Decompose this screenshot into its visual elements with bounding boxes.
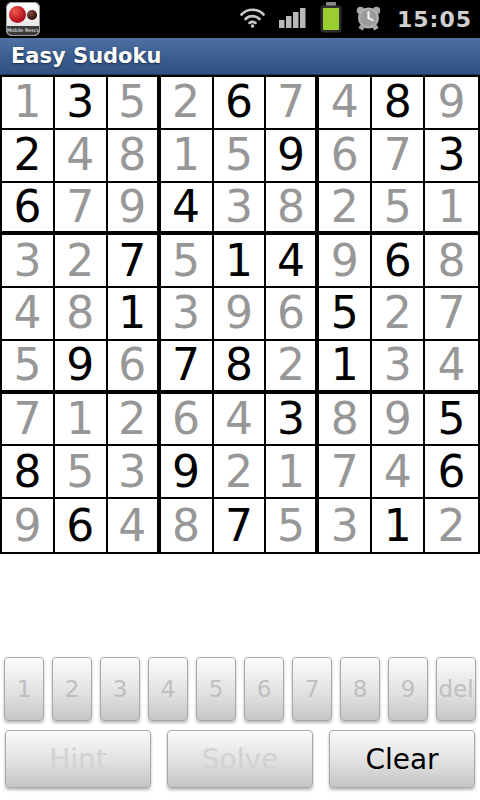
sudoku-cell-r4c4[interactable]: 5 bbox=[161, 235, 214, 288]
action-bar: Hint Solve Clear bbox=[0, 730, 480, 788]
sudoku-cell-r6c9[interactable]: 4 bbox=[425, 341, 478, 394]
battery-icon bbox=[320, 2, 342, 37]
sudoku-cell-r5c7[interactable]: 5 bbox=[319, 288, 372, 341]
sudoku-cell-r2c9[interactable]: 3 bbox=[425, 130, 478, 183]
signal-strength-icon bbox=[279, 7, 307, 32]
sudoku-cell-r8c8[interactable]: 4 bbox=[372, 446, 425, 499]
keypad-button-4[interactable]: 4 bbox=[148, 657, 188, 721]
virgin-media-ball bbox=[27, 10, 37, 20]
clear-button[interactable]: Clear bbox=[329, 730, 475, 788]
sudoku-cell-r9c4[interactable]: 8 bbox=[161, 499, 214, 552]
sudoku-cell-r4c5[interactable]: 1 bbox=[214, 235, 267, 288]
title-bar: Easy Sudoku bbox=[0, 38, 480, 75]
keypad-button-6[interactable]: 6 bbox=[244, 657, 284, 721]
sudoku-cell-r6c3[interactable]: 6 bbox=[108, 341, 161, 394]
sudoku-cell-r2c2[interactable]: 4 bbox=[55, 130, 108, 183]
sudoku-cell-r9c3[interactable]: 4 bbox=[108, 499, 161, 552]
sudoku-cell-r2c7[interactable]: 6 bbox=[319, 130, 372, 183]
keypad-button-del[interactable]: del bbox=[436, 657, 476, 721]
keypad-button-5[interactable]: 5 bbox=[196, 657, 236, 721]
keypad-button-3[interactable]: 3 bbox=[100, 657, 140, 721]
sudoku-cell-r3c4[interactable]: 4 bbox=[161, 183, 214, 236]
sudoku-cell-r5c2[interactable]: 8 bbox=[55, 288, 108, 341]
sudoku-cell-r4c2[interactable]: 2 bbox=[55, 235, 108, 288]
sudoku-cell-r9c5[interactable]: 7 bbox=[214, 499, 267, 552]
sudoku-cell-r6c6[interactable]: 2 bbox=[266, 341, 319, 394]
sudoku-cell-r6c4[interactable]: 7 bbox=[161, 341, 214, 394]
sudoku-board: 1352674892481596736794382513275149684813… bbox=[0, 75, 480, 554]
sudoku-cell-r4c1[interactable]: 3 bbox=[2, 235, 55, 288]
keypad-button-7[interactable]: 7 bbox=[292, 657, 332, 721]
sudoku-cell-r6c2[interactable]: 9 bbox=[55, 341, 108, 394]
sudoku-cell-r8c7[interactable]: 7 bbox=[319, 446, 372, 499]
sudoku-cell-r5c9[interactable]: 7 bbox=[425, 288, 478, 341]
page-title: Easy Sudoku bbox=[11, 44, 161, 68]
sudoku-cell-r7c2[interactable]: 1 bbox=[55, 394, 108, 447]
sudoku-cell-r6c5[interactable]: 8 bbox=[214, 341, 267, 394]
sudoku-cell-r7c5[interactable]: 4 bbox=[214, 394, 267, 447]
sudoku-cell-r4c7[interactable]: 9 bbox=[319, 235, 372, 288]
hint-button[interactable]: Hint bbox=[5, 730, 151, 788]
sudoku-cell-r8c5[interactable]: 2 bbox=[214, 446, 267, 499]
sudoku-cell-r2c3[interactable]: 8 bbox=[108, 130, 161, 183]
sudoku-cell-r2c6[interactable]: 9 bbox=[266, 130, 319, 183]
virgin-media-logo bbox=[9, 6, 26, 23]
keypad-button-2[interactable]: 2 bbox=[52, 657, 92, 721]
sudoku-cell-r6c8[interactable]: 3 bbox=[372, 341, 425, 394]
sudoku-cell-r1c7[interactable]: 4 bbox=[319, 77, 372, 130]
virgin-media-notification-icon: Mobile Rescue bbox=[6, 2, 40, 36]
clock-time: 15:05 bbox=[397, 7, 472, 32]
alarm-clock-icon bbox=[355, 4, 382, 35]
sudoku-cell-r9c2[interactable]: 6 bbox=[55, 499, 108, 552]
sudoku-cell-r7c4[interactable]: 6 bbox=[161, 394, 214, 447]
sudoku-cell-r5c1[interactable]: 4 bbox=[2, 288, 55, 341]
sudoku-cell-r3c6[interactable]: 8 bbox=[266, 183, 319, 236]
sudoku-cell-r8c3[interactable]: 3 bbox=[108, 446, 161, 499]
sudoku-cell-r6c7[interactable]: 1 bbox=[319, 341, 372, 394]
sudoku-cell-r7c6[interactable]: 3 bbox=[266, 394, 319, 447]
sudoku-cell-r5c8[interactable]: 2 bbox=[372, 288, 425, 341]
sudoku-cell-r9c6[interactable]: 5 bbox=[266, 499, 319, 552]
keypad-button-8[interactable]: 8 bbox=[340, 657, 380, 721]
sudoku-cell-r7c1[interactable]: 7 bbox=[2, 394, 55, 447]
sudoku-cell-r4c8[interactable]: 6 bbox=[372, 235, 425, 288]
sudoku-cell-r8c9[interactable]: 6 bbox=[425, 446, 478, 499]
sudoku-cell-r9c1[interactable]: 9 bbox=[2, 499, 55, 552]
sudoku-cell-r1c6[interactable]: 7 bbox=[266, 77, 319, 130]
number-keypad: 123456789del bbox=[0, 657, 480, 721]
sudoku-cell-r2c4[interactable]: 1 bbox=[161, 130, 214, 183]
sudoku-cell-r3c1[interactable]: 6 bbox=[2, 183, 55, 236]
sudoku-cell-r5c3[interactable]: 1 bbox=[108, 288, 161, 341]
sudoku-cell-r4c9[interactable]: 8 bbox=[425, 235, 478, 288]
sudoku-cell-r1c9[interactable]: 9 bbox=[425, 77, 478, 130]
keypad-button-9[interactable]: 9 bbox=[388, 657, 428, 721]
sudoku-cell-r9c7[interactable]: 3 bbox=[319, 499, 372, 552]
sudoku-cell-r8c4[interactable]: 9 bbox=[161, 446, 214, 499]
sudoku-cell-r3c3[interactable]: 9 bbox=[108, 183, 161, 236]
sudoku-cell-r3c5[interactable]: 3 bbox=[214, 183, 267, 236]
sudoku-cell-r3c2[interactable]: 7 bbox=[55, 183, 108, 236]
status-bar: Mobile Rescue bbox=[0, 0, 480, 38]
sudoku-cell-r5c5[interactable]: 9 bbox=[214, 288, 267, 341]
wifi-icon bbox=[239, 7, 266, 32]
sudoku-cell-r4c3[interactable]: 7 bbox=[108, 235, 161, 288]
keypad-button-1[interactable]: 1 bbox=[4, 657, 44, 721]
sudoku-cell-r5c4[interactable]: 3 bbox=[161, 288, 214, 341]
notification-label: Mobile Rescue bbox=[7, 26, 39, 35]
sudoku-cell-r8c2[interactable]: 5 bbox=[55, 446, 108, 499]
sudoku-cell-r3c8[interactable]: 5 bbox=[372, 183, 425, 236]
sudoku-cell-r2c8[interactable]: 7 bbox=[372, 130, 425, 183]
sudoku-cell-r9c9[interactable]: 2 bbox=[425, 499, 478, 552]
sudoku-cell-r5c6[interactable]: 6 bbox=[266, 288, 319, 341]
sudoku-cell-r1c3[interactable]: 5 bbox=[108, 77, 161, 130]
sudoku-cell-r7c3[interactable]: 2 bbox=[108, 394, 161, 447]
sudoku-cell-r2c1[interactable]: 2 bbox=[2, 130, 55, 183]
sudoku-cell-r7c7[interactable]: 8 bbox=[319, 394, 372, 447]
sudoku-cell-r1c1[interactable]: 1 bbox=[2, 77, 55, 130]
sudoku-cell-r1c5[interactable]: 6 bbox=[214, 77, 267, 130]
sudoku-cell-r3c7[interactable]: 2 bbox=[319, 183, 372, 236]
sudoku-cell-r7c9[interactable]: 5 bbox=[425, 394, 478, 447]
sudoku-cell-r2c5[interactable]: 5 bbox=[214, 130, 267, 183]
sudoku-cell-r8c1[interactable]: 8 bbox=[2, 446, 55, 499]
solve-button[interactable]: Solve bbox=[167, 730, 313, 788]
sudoku-cell-r7c8[interactable]: 9 bbox=[372, 394, 425, 447]
sudoku-cell-r9c8[interactable]: 1 bbox=[372, 499, 425, 552]
sudoku-cell-r1c4[interactable]: 2 bbox=[161, 77, 214, 130]
sudoku-cell-r3c9[interactable]: 1 bbox=[425, 183, 478, 236]
sudoku-cell-r8c6[interactable]: 1 bbox=[266, 446, 319, 499]
sudoku-cell-r1c8[interactable]: 8 bbox=[372, 77, 425, 130]
sudoku-cell-r1c2[interactable]: 3 bbox=[55, 77, 108, 130]
sudoku-cell-r6c1[interactable]: 5 bbox=[2, 341, 55, 394]
sudoku-cell-r4c6[interactable]: 4 bbox=[266, 235, 319, 288]
